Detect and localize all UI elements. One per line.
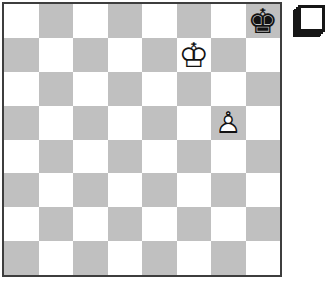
square-b3[interactable] <box>39 173 74 207</box>
square-f3[interactable] <box>177 173 212 207</box>
square-d7[interactable] <box>108 38 143 72</box>
piece-glyph: ♙ <box>215 108 242 138</box>
square-d6[interactable] <box>108 72 143 106</box>
square-c5[interactable] <box>73 106 108 140</box>
square-f7[interactable]: ♚♔ <box>177 38 212 72</box>
white-to-move-icon <box>298 5 325 32</box>
square-c4[interactable] <box>73 140 108 174</box>
square-h1[interactable] <box>246 241 281 275</box>
square-a2[interactable] <box>4 207 39 241</box>
square-d2[interactable] <box>108 207 143 241</box>
square-b5[interactable] <box>39 106 74 140</box>
square-b1[interactable] <box>39 241 74 275</box>
square-f2[interactable] <box>177 207 212 241</box>
square-d5[interactable] <box>108 106 143 140</box>
square-g2[interactable] <box>211 207 246 241</box>
square-c8[interactable] <box>73 4 108 38</box>
piece-glyph: ♚ <box>248 4 278 38</box>
square-b2[interactable] <box>39 207 74 241</box>
square-h7[interactable] <box>246 38 281 72</box>
square-c7[interactable] <box>73 38 108 72</box>
square-e6[interactable] <box>142 72 177 106</box>
square-a1[interactable] <box>4 241 39 275</box>
white-king-f7[interactable]: ♚♔ <box>177 38 212 72</box>
square-a4[interactable] <box>4 140 39 174</box>
square-h3[interactable] <box>246 173 281 207</box>
piece-glyph: ♔ <box>179 38 209 72</box>
square-b8[interactable] <box>39 4 74 38</box>
white-pawn-g5[interactable]: ♟♙ <box>211 106 246 140</box>
square-c6[interactable] <box>73 72 108 106</box>
square-b7[interactable] <box>39 38 74 72</box>
square-f1[interactable] <box>177 241 212 275</box>
square-a3[interactable] <box>4 173 39 207</box>
square-e4[interactable] <box>142 140 177 174</box>
square-b4[interactable] <box>39 140 74 174</box>
square-c1[interactable] <box>73 241 108 275</box>
square-h8[interactable]: ♚ <box>246 4 281 38</box>
square-e1[interactable] <box>142 241 177 275</box>
square-d1[interactable] <box>108 241 143 275</box>
square-a6[interactable] <box>4 72 39 106</box>
square-e5[interactable] <box>142 106 177 140</box>
square-g8[interactable] <box>211 4 246 38</box>
square-b6[interactable] <box>39 72 74 106</box>
square-f6[interactable] <box>177 72 212 106</box>
square-e8[interactable] <box>142 4 177 38</box>
square-h4[interactable] <box>246 140 281 174</box>
chess-board: ♚♚♔♟♙ <box>2 2 282 277</box>
square-a5[interactable] <box>4 106 39 140</box>
square-d4[interactable] <box>108 140 143 174</box>
square-g7[interactable] <box>211 38 246 72</box>
square-g1[interactable] <box>211 241 246 275</box>
square-a7[interactable] <box>4 38 39 72</box>
square-f5[interactable] <box>177 106 212 140</box>
square-e3[interactable] <box>142 173 177 207</box>
chess-position-screen: ♚♚♔♟♙ <box>0 0 329 285</box>
square-d3[interactable] <box>108 173 143 207</box>
square-c3[interactable] <box>73 173 108 207</box>
square-g5[interactable]: ♟♙ <box>211 106 246 140</box>
square-h5[interactable] <box>246 106 281 140</box>
square-f8[interactable] <box>177 4 212 38</box>
square-f4[interactable] <box>177 140 212 174</box>
square-e2[interactable] <box>142 207 177 241</box>
black-king-h8[interactable]: ♚ <box>246 4 281 38</box>
square-h2[interactable] <box>246 207 281 241</box>
square-e7[interactable] <box>142 38 177 72</box>
square-c2[interactable] <box>73 207 108 241</box>
square-g6[interactable] <box>211 72 246 106</box>
square-h6[interactable] <box>246 72 281 106</box>
square-a8[interactable] <box>4 4 39 38</box>
square-d8[interactable] <box>108 4 143 38</box>
square-g4[interactable] <box>211 140 246 174</box>
side-to-move-indicator <box>292 5 325 38</box>
square-g3[interactable] <box>211 173 246 207</box>
